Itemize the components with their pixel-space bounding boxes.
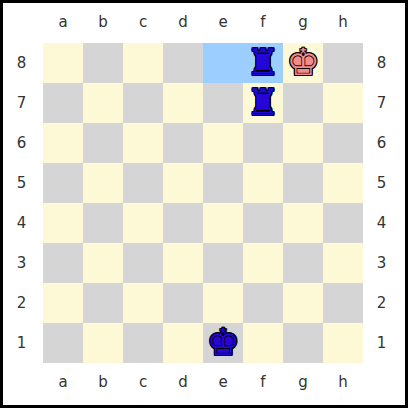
square-c8[interactable] (123, 43, 163, 83)
square-d7[interactable] (163, 83, 203, 123)
square-b6[interactable] (83, 123, 123, 163)
square-c2[interactable] (123, 283, 163, 323)
square-h7[interactable] (323, 83, 363, 123)
square-f2[interactable] (243, 283, 283, 323)
rank-label-1: 1 (3, 323, 40, 363)
square-c4[interactable] (123, 203, 163, 243)
file-labels-bottom: abcdefgh (43, 363, 363, 400)
piece-white-king-g8[interactable]: ♚ (283, 43, 323, 83)
file-label-h: h (323, 3, 363, 40)
square-a3[interactable] (43, 243, 83, 283)
square-h5[interactable] (323, 163, 363, 203)
square-d1[interactable] (163, 323, 203, 363)
square-h8[interactable] (323, 43, 363, 83)
file-label-g: g (283, 363, 323, 400)
square-b2[interactable] (83, 283, 123, 323)
square-f4[interactable] (243, 203, 283, 243)
square-h2[interactable] (323, 283, 363, 323)
square-b3[interactable] (83, 243, 123, 283)
rank-label-3: 3 (3, 243, 40, 283)
square-e6[interactable] (203, 123, 243, 163)
file-label-b: b (83, 3, 123, 40)
square-c5[interactable] (123, 163, 163, 203)
square-h3[interactable] (323, 243, 363, 283)
square-f7[interactable]: ♜ (243, 83, 283, 123)
square-a7[interactable] (43, 83, 83, 123)
square-h6[interactable] (323, 123, 363, 163)
square-g1[interactable] (283, 323, 323, 363)
file-label-g: g (283, 3, 323, 40)
file-label-d: d (163, 363, 203, 400)
square-d3[interactable] (163, 243, 203, 283)
rank-label-5: 5 (3, 163, 40, 203)
file-label-a: a (43, 3, 83, 40)
square-g5[interactable] (283, 163, 323, 203)
square-d6[interactable] (163, 123, 203, 163)
square-h1[interactable] (323, 323, 363, 363)
square-g4[interactable] (283, 203, 323, 243)
rank-labels-left: 87654321 (3, 43, 40, 363)
square-e5[interactable] (203, 163, 243, 203)
square-g8[interactable]: ♚ (283, 43, 323, 83)
file-label-c: c (123, 3, 163, 40)
rank-label-4: 4 (3, 203, 40, 243)
square-d4[interactable] (163, 203, 203, 243)
square-e1[interactable]: ♚ (203, 323, 243, 363)
rank-label-8: 8 (363, 43, 400, 83)
file-label-d: d (163, 3, 203, 40)
piece-black-rook-f8[interactable]: ♜ (243, 43, 283, 83)
square-f5[interactable] (243, 163, 283, 203)
square-c6[interactable] (123, 123, 163, 163)
square-f6[interactable] (243, 123, 283, 163)
square-b5[interactable] (83, 163, 123, 203)
square-a8[interactable] (43, 43, 83, 83)
rank-label-4: 4 (363, 203, 400, 243)
file-label-f: f (243, 363, 283, 400)
square-f8[interactable]: ♜ (243, 43, 283, 83)
square-e7[interactable] (203, 83, 243, 123)
rank-label-1: 1 (363, 323, 400, 363)
file-label-f: f (243, 3, 283, 40)
file-labels-top: abcdefgh (43, 3, 363, 40)
square-c7[interactable] (123, 83, 163, 123)
square-d5[interactable] (163, 163, 203, 203)
square-e8[interactable] (203, 43, 243, 83)
square-b7[interactable] (83, 83, 123, 123)
square-d8[interactable] (163, 43, 203, 83)
square-a1[interactable] (43, 323, 83, 363)
square-c3[interactable] (123, 243, 163, 283)
square-a2[interactable] (43, 283, 83, 323)
rank-label-2: 2 (363, 283, 400, 323)
square-b4[interactable] (83, 203, 123, 243)
square-a6[interactable] (43, 123, 83, 163)
file-label-e: e (203, 3, 243, 40)
rank-label-5: 5 (363, 163, 400, 203)
square-g3[interactable] (283, 243, 323, 283)
rank-label-2: 2 (3, 283, 40, 323)
square-c1[interactable] (123, 323, 163, 363)
file-label-c: c (123, 363, 163, 400)
square-h4[interactable] (323, 203, 363, 243)
square-b8[interactable] (83, 43, 123, 83)
piece-black-king-e1[interactable]: ♚ (203, 323, 243, 363)
file-label-h: h (323, 363, 363, 400)
square-g7[interactable] (283, 83, 323, 123)
chessboard-diagram: abcdefgh 87654321 ♜♚♜♚ 87654321 abcdefgh (0, 0, 408, 408)
square-f1[interactable] (243, 323, 283, 363)
file-label-a: a (43, 363, 83, 400)
piece-black-rook-f7[interactable]: ♜ (243, 83, 283, 123)
rank-label-8: 8 (3, 43, 40, 83)
rank-label-6: 6 (363, 123, 400, 163)
square-a4[interactable] (43, 203, 83, 243)
rank-labels-right: 87654321 (363, 43, 400, 363)
square-e3[interactable] (203, 243, 243, 283)
rank-label-6: 6 (3, 123, 40, 163)
rank-label-3: 3 (363, 243, 400, 283)
square-e2[interactable] (203, 283, 243, 323)
square-d2[interactable] (163, 283, 203, 323)
square-g2[interactable] (283, 283, 323, 323)
chess-board: ♜♚♜♚ (43, 43, 363, 363)
square-g6[interactable] (283, 123, 323, 163)
file-label-b: b (83, 363, 123, 400)
square-b1[interactable] (83, 323, 123, 363)
rank-label-7: 7 (3, 83, 40, 123)
square-e4[interactable] (203, 203, 243, 243)
square-a5[interactable] (43, 163, 83, 203)
square-f3[interactable] (243, 243, 283, 283)
rank-label-7: 7 (363, 83, 400, 123)
file-label-e: e (203, 363, 243, 400)
